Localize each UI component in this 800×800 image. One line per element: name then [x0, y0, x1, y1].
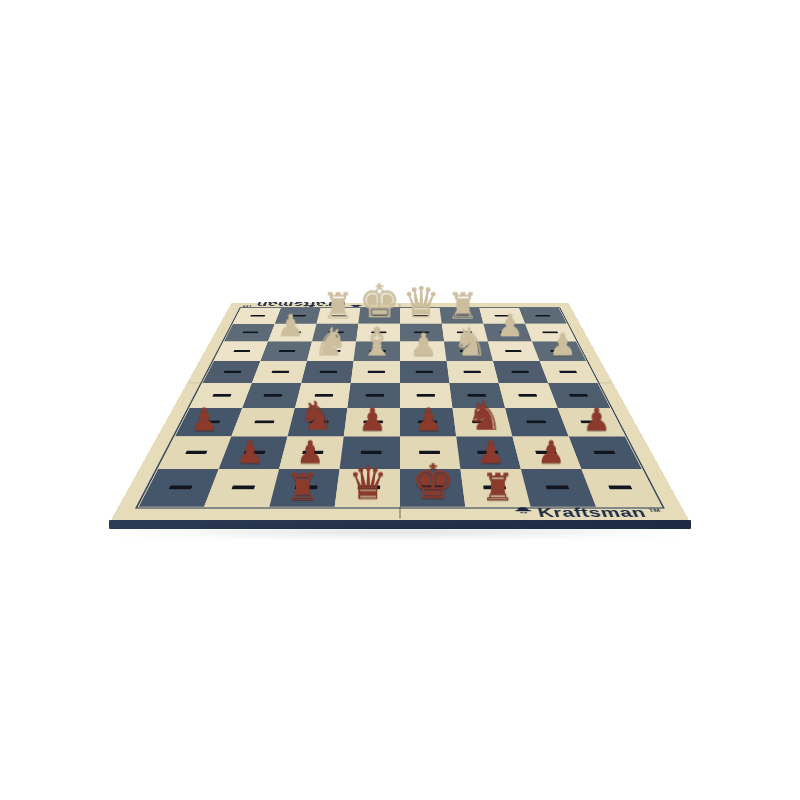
square-e1[interactable]: ♚	[400, 469, 465, 507]
piece-dark-pawn[interactable]: ♟	[536, 438, 564, 468]
square-d6[interactable]: ♝	[353, 341, 400, 361]
brand-wordmark: Kraftsman	[536, 505, 648, 520]
chess-board: Kraftsman TM Kraftsman TM ♜♚♛♜♟♟♞♝♟♞♟♟♞♟…	[111, 303, 689, 520]
square-b4[interactable]	[242, 383, 301, 408]
square-a5[interactable]	[203, 361, 261, 383]
square-a6[interactable]	[214, 341, 268, 361]
square-d5[interactable]	[351, 361, 400, 383]
square-b7[interactable]: ♟	[268, 324, 317, 342]
square-d3[interactable]: ♟	[344, 408, 400, 436]
piece-dark-pawn[interactable]: ♟	[190, 405, 219, 435]
piece-dark-pawn[interactable]: ♟	[582, 405, 611, 435]
piece-dark-pawn[interactable]: ♟	[296, 438, 324, 468]
piece-light-king[interactable]: ♚	[358, 279, 400, 323]
board-shadow	[90, 526, 710, 538]
piece-light-pawn[interactable]: ♟	[496, 311, 524, 340]
square-h6[interactable]: ♟	[532, 341, 586, 361]
piece-dark-pawn[interactable]: ♟	[235, 438, 263, 468]
square-c2[interactable]: ♟	[279, 436, 344, 469]
square-b1[interactable]	[204, 469, 279, 507]
square-h8[interactable]	[519, 308, 567, 324]
square-c6[interactable]: ♞	[307, 341, 356, 361]
square-c3[interactable]: ♞	[288, 408, 348, 436]
piece-light-bishop[interactable]: ♝	[359, 323, 394, 361]
square-h2[interactable]	[569, 436, 642, 469]
square-e6[interactable]: ♟	[400, 341, 447, 361]
square-f3[interactable]: ♞	[453, 408, 513, 436]
piece-dark-knight[interactable]: ♞	[298, 397, 334, 435]
square-a7[interactable]	[224, 324, 275, 342]
square-b5[interactable]	[252, 361, 307, 383]
brand-logo-near: Kraftsman TM	[513, 506, 665, 520]
square-g6[interactable]	[488, 341, 540, 361]
square-g5[interactable]	[493, 361, 548, 383]
tm-mark: TM	[647, 507, 661, 513]
piece-dark-pawn[interactable]: ♟	[414, 405, 443, 435]
piece-dark-knight[interactable]: ♞	[466, 397, 502, 435]
piece-dark-rook[interactable]: ♜	[285, 469, 319, 505]
piece-light-pawn[interactable]: ♟	[548, 331, 576, 361]
square-e3[interactable]: ♟	[400, 408, 456, 436]
square-f1[interactable]: ♜	[460, 469, 530, 507]
piece-light-pawn[interactable]: ♟	[276, 311, 304, 340]
piece-dark-queen[interactable]: ♛	[347, 463, 387, 505]
square-c5[interactable]	[301, 361, 353, 383]
square-g7[interactable]: ♟	[483, 324, 532, 342]
bowler-hat-mustache-icon	[513, 505, 535, 520]
square-b3[interactable]	[231, 408, 295, 436]
square-a2[interactable]	[158, 436, 231, 469]
square-b2[interactable]: ♟	[219, 436, 288, 469]
square-f5[interactable]	[447, 361, 499, 383]
square-e5[interactable]	[400, 361, 449, 383]
piece-light-knight[interactable]: ♞	[452, 323, 487, 361]
square-e8[interactable]: ♛	[400, 308, 442, 324]
square-h5[interactable]	[540, 361, 598, 383]
piece-dark-pawn[interactable]: ♟	[476, 438, 504, 468]
piece-dark-rook[interactable]: ♜	[481, 469, 515, 505]
piece-light-knight[interactable]: ♞	[313, 323, 348, 361]
square-c1[interactable]: ♜	[269, 469, 339, 507]
product-photo-canvas: Kraftsman TM Kraftsman TM ♜♚♛♜♟♟♞♝♟♞♟♟♞♟…	[0, 0, 800, 800]
piece-light-pawn[interactable]: ♟	[409, 331, 437, 361]
square-h1[interactable]	[581, 469, 661, 507]
square-f6[interactable]: ♞	[444, 341, 493, 361]
piece-dark-king[interactable]: ♚	[411, 459, 455, 505]
piece-dark-pawn[interactable]: ♟	[358, 405, 387, 435]
square-f2[interactable]: ♟	[456, 436, 521, 469]
square-a8[interactable]	[233, 308, 281, 324]
piece-light-queen[interactable]: ♛	[402, 282, 440, 323]
square-h3[interactable]: ♟	[558, 408, 625, 436]
square-d1[interactable]: ♛	[335, 469, 400, 507]
square-b6[interactable]	[260, 341, 312, 361]
